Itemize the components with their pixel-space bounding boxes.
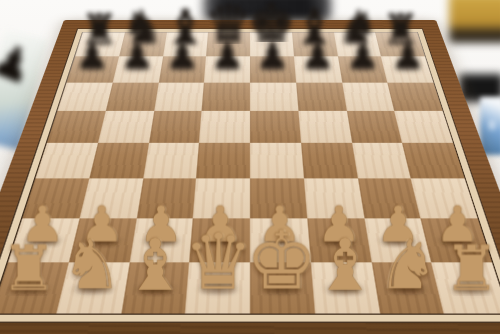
piece-shadow-f2 [316, 234, 362, 247]
black-knight-g8: ♞ [326, 4, 390, 45]
white-pawn-f2: ♟ [295, 200, 383, 243]
white-pawn-d2: ♟ [176, 200, 264, 243]
piece-shadow-c1 [130, 282, 180, 297]
piece-shadow-d8 [212, 40, 245, 47]
photo-scene: 8 ♟ ♜♞♝♛♚♝♞♜♟♟♟♟♟♟♟♟♟♟♟♟♟♟♟♟♜♞♝♛♚♝♞♜ [0, 0, 500, 334]
piece-shadow-g1 [383, 282, 434, 297]
black-pawn-d7: ♟ [194, 37, 261, 70]
black-knight-b8: ♞ [110, 4, 174, 45]
piece-shadow-h8 [383, 40, 417, 47]
black-pawn-c7: ♟ [149, 37, 216, 70]
white-bishop-c1: ♝ [108, 230, 202, 292]
piece-shadow-a2 [19, 234, 67, 247]
white-bishop-f1: ♝ [298, 230, 392, 292]
piece-shadow-b1 [67, 282, 118, 297]
wooden-box [449, 0, 500, 43]
piece-shadow-e8 [255, 40, 288, 47]
piece-shadow-f1 [320, 282, 370, 297]
pieces-layer: ♜♞♝♛♚♝♞♜♟♟♟♟♟♟♟♟♟♟♟♟♟♟♟♟♜♞♝♛♚♝♞♜ [0, 32, 500, 315]
black-pawn-b7: ♟ [104, 37, 171, 70]
piece-shadow-c2 [138, 234, 184, 247]
piece-shadow-g8 [341, 40, 375, 47]
blurred-clock-object [203, 0, 331, 22]
piece-shadow-f8 [298, 40, 331, 47]
white-pawn-c2: ♟ [117, 200, 205, 243]
black-pawn-f7: ♟ [284, 37, 351, 70]
black-pawn-g7: ♟ [329, 37, 396, 70]
blue-card-text: 8 [488, 118, 496, 133]
piece-shadow-g2 [374, 234, 421, 247]
white-rook-a1: ♜ [0, 237, 76, 291]
piece-shadow-e1 [258, 282, 306, 297]
piece-shadow-a8 [82, 40, 116, 47]
white-knight-g1: ♞ [361, 231, 455, 291]
piece-shadow-d2 [198, 234, 243, 247]
white-king-e1: ♚ [235, 220, 329, 291]
piece-shadow-b8 [126, 40, 160, 47]
white-pawn-b2: ♟ [58, 200, 146, 243]
white-pawn-e2: ♟ [236, 200, 324, 243]
piece-shadow-h1 [445, 282, 497, 297]
piece-shadow-a1 [3, 282, 55, 297]
white-queen-d1: ♛ [171, 224, 265, 292]
piece-shadow-c8 [169, 40, 202, 47]
piece-shadow-b2 [78, 234, 125, 247]
piece-shadow-e2 [257, 234, 302, 247]
black-pawn-e7: ♟ [239, 37, 306, 70]
white-pawn-g2: ♟ [354, 200, 442, 243]
piece-shadow-d1 [194, 282, 242, 297]
piece-shadow-h2 [433, 234, 481, 247]
chess-board: ♜♞♝♛♚♝♞♜♟♟♟♟♟♟♟♟♟♟♟♟♟♟♟♟♜♞♝♛♚♝♞♜ [0, 20, 500, 334]
white-knight-b1: ♞ [45, 231, 139, 291]
